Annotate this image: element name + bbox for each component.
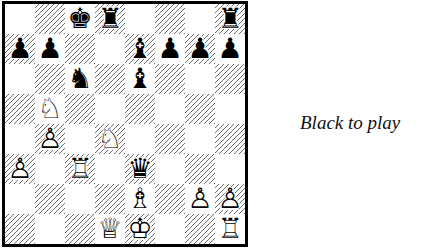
square-d1[interactable]: ♛♕ [95,214,125,244]
square-c3[interactable]: ♜♖ [65,154,95,184]
square-d6[interactable] [95,64,125,94]
square-b8[interactable] [35,4,65,34]
square-h1[interactable]: ♜♖ [215,214,245,244]
square-b3[interactable] [35,154,65,184]
square-g2[interactable]: ♟♙ [185,184,215,214]
square-c7[interactable] [65,34,95,64]
black-pawn-piece: ♟ [185,34,215,64]
square-h2[interactable]: ♟♙ [215,184,245,214]
square-h6[interactable] [215,64,245,94]
square-h7[interactable]: ♟ [215,34,245,64]
square-e6[interactable]: ♝ [125,64,155,94]
square-b4[interactable]: ♟♙ [35,124,65,154]
white-knight-piece: ♞♘ [95,124,125,154]
square-c1[interactable] [65,214,95,244]
square-a8[interactable] [5,4,35,34]
white-bishop-piece: ♝♗ [125,184,155,214]
white-rook-piece: ♜♖ [215,214,245,244]
black-rook-piece: ♜ [215,4,245,34]
square-d7[interactable] [95,34,125,64]
square-a7[interactable]: ♟ [5,34,35,64]
square-f7[interactable]: ♟ [155,34,185,64]
square-b7[interactable]: ♟ [35,34,65,64]
chessboard: ♚♜♜♟♟♝♟♟♟♞♝♞♘♟♙♞♘♟♙♜♖♛♝♗♟♙♟♙♛♕♚♔♜♖ [2,1,248,247]
square-c5[interactable] [65,94,95,124]
square-b5[interactable]: ♞♘ [35,94,65,124]
black-pawn-piece: ♟ [155,34,185,64]
square-g8[interactable] [185,4,215,34]
square-e5[interactable] [125,94,155,124]
square-f4[interactable] [155,124,185,154]
square-f2[interactable] [155,184,185,214]
square-e7[interactable]: ♝ [125,34,155,64]
square-g5[interactable] [185,94,215,124]
square-d5[interactable] [95,94,125,124]
black-king-piece: ♚ [65,4,95,34]
square-g6[interactable] [185,64,215,94]
square-g1[interactable] [185,214,215,244]
square-f3[interactable] [155,154,185,184]
square-a4[interactable] [5,124,35,154]
square-d4[interactable]: ♞♘ [95,124,125,154]
square-g3[interactable] [185,154,215,184]
square-e2[interactable]: ♝♗ [125,184,155,214]
square-h5[interactable] [215,94,245,124]
square-b2[interactable] [35,184,65,214]
square-h8[interactable]: ♜ [215,4,245,34]
black-bishop-piece: ♝ [125,34,155,64]
square-e8[interactable] [125,4,155,34]
square-e1[interactable]: ♚♔ [125,214,155,244]
square-d8[interactable]: ♜ [95,4,125,34]
square-c2[interactable] [65,184,95,214]
square-f5[interactable] [155,94,185,124]
square-b6[interactable] [35,64,65,94]
black-rook-piece: ♜ [95,4,125,34]
white-knight-piece: ♞♘ [35,94,65,124]
white-pawn-piece: ♟♙ [185,184,215,214]
square-f1[interactable] [155,214,185,244]
square-e4[interactable] [125,124,155,154]
white-pawn-piece: ♟♙ [215,184,245,214]
square-g7[interactable]: ♟ [185,34,215,64]
square-a5[interactable] [5,94,35,124]
black-pawn-piece: ♟ [35,34,65,64]
square-d2[interactable] [95,184,125,214]
white-rook-piece: ♜♖ [65,154,95,184]
white-pawn-piece: ♟♙ [5,154,35,184]
black-knight-piece: ♞ [65,64,95,94]
square-a1[interactable] [5,214,35,244]
square-c6[interactable]: ♞ [65,64,95,94]
square-b1[interactable] [35,214,65,244]
square-e3[interactable]: ♛ [125,154,155,184]
square-h3[interactable] [215,154,245,184]
black-pawn-piece: ♟ [215,34,245,64]
white-pawn-piece: ♟♙ [35,124,65,154]
square-c4[interactable] [65,124,95,154]
black-bishop-piece: ♝ [125,64,155,94]
side-to-move-caption: Black to play [300,112,400,134]
black-queen-piece: ♛ [125,154,155,184]
square-d3[interactable] [95,154,125,184]
square-h4[interactable] [215,124,245,154]
square-g4[interactable] [185,124,215,154]
white-queen-piece: ♛♕ [95,214,125,244]
black-pawn-piece: ♟ [5,34,35,64]
square-a3[interactable]: ♟♙ [5,154,35,184]
square-a6[interactable] [5,64,35,94]
square-c8[interactable]: ♚ [65,4,95,34]
white-king-piece: ♚♔ [125,214,155,244]
square-f8[interactable] [155,4,185,34]
square-f6[interactable] [155,64,185,94]
square-a2[interactable] [5,184,35,214]
